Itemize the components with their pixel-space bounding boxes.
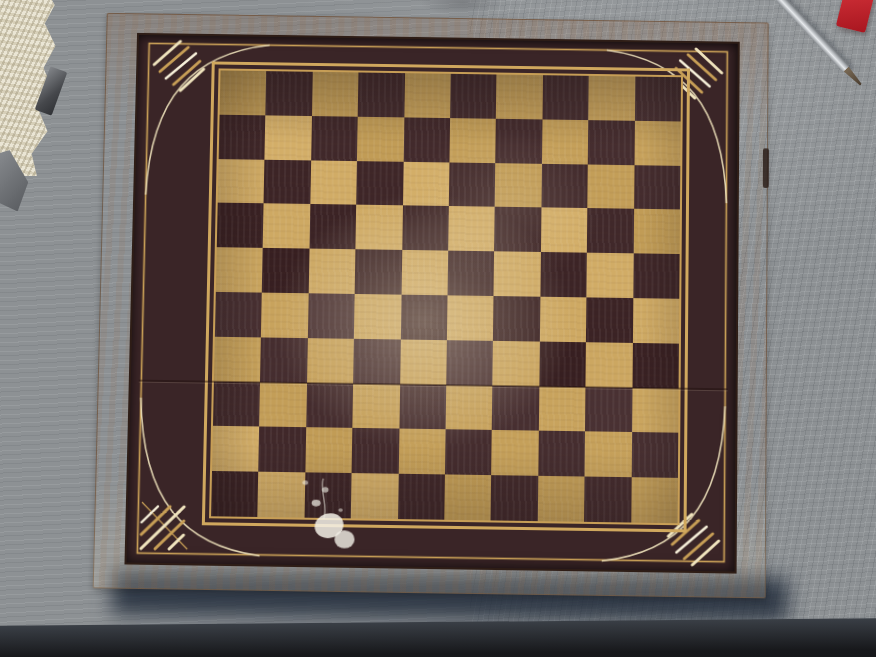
square-r2c4-light[interactable] bbox=[357, 117, 404, 162]
game-board[interactable] bbox=[211, 70, 681, 523]
ray-ornament-top-left bbox=[154, 41, 205, 91]
square-r1c3-light[interactable] bbox=[312, 72, 359, 117]
square-r9c3-light[interactable] bbox=[305, 428, 352, 474]
square-r1c8-dark[interactable] bbox=[542, 75, 589, 120]
square-r4c5-dark[interactable] bbox=[402, 206, 449, 251]
square-r3c8-dark[interactable] bbox=[541, 163, 588, 208]
square-r4c2-light[interactable] bbox=[263, 204, 310, 249]
square-r7c9-light[interactable] bbox=[586, 342, 633, 387]
square-r1c5-light[interactable] bbox=[404, 73, 451, 118]
square-r2c6-light[interactable] bbox=[449, 118, 496, 163]
square-r6c3-dark[interactable] bbox=[308, 293, 355, 338]
square-r4c8-light[interactable] bbox=[541, 208, 588, 253]
square-r4c7-dark[interactable] bbox=[494, 207, 541, 252]
square-r5c1-light[interactable] bbox=[216, 247, 263, 292]
square-r7c1-light[interactable] bbox=[214, 337, 261, 382]
stripe-ornament-bottom-left bbox=[141, 502, 188, 549]
square-r1c1-light[interactable] bbox=[220, 70, 267, 115]
square-r2c2-light[interactable] bbox=[265, 115, 312, 160]
square-r8c7-dark[interactable] bbox=[492, 385, 539, 431]
square-r6c1-dark[interactable] bbox=[215, 292, 262, 337]
square-r6c9-dark[interactable] bbox=[586, 297, 633, 342]
square-r3c10-dark[interactable] bbox=[634, 165, 681, 210]
square-r9c9-light[interactable] bbox=[585, 432, 632, 478]
square-r3c4-dark[interactable] bbox=[356, 161, 403, 206]
square-r10c6-light[interactable] bbox=[444, 475, 491, 521]
square-r7c5-light[interactable] bbox=[400, 339, 447, 384]
square-r1c7-light[interactable] bbox=[496, 75, 543, 120]
board-panel bbox=[127, 35, 738, 572]
square-r7c3-light[interactable] bbox=[307, 338, 354, 383]
square-r7c7-light[interactable] bbox=[493, 341, 540, 386]
square-r5c3-light[interactable] bbox=[308, 249, 355, 294]
square-r6c5-dark[interactable] bbox=[400, 295, 447, 340]
square-r5c6-dark[interactable] bbox=[448, 251, 495, 296]
square-r3c6-dark[interactable] bbox=[449, 162, 496, 207]
square-r8c10-light[interactable] bbox=[632, 388, 679, 434]
table-front-edge bbox=[0, 618, 876, 657]
square-r1c10-dark[interactable] bbox=[635, 77, 681, 122]
square-r10c1-dark[interactable] bbox=[211, 471, 259, 517]
square-r4c3-dark[interactable] bbox=[309, 204, 356, 249]
square-r5c10-dark[interactable] bbox=[633, 254, 680, 299]
square-r6c2-light[interactable] bbox=[261, 293, 308, 338]
square-r6c10-light[interactable] bbox=[633, 298, 680, 343]
square-r10c9-dark[interactable] bbox=[584, 477, 631, 523]
square-r7c8-dark[interactable] bbox=[539, 341, 586, 386]
square-r8c9-dark[interactable] bbox=[585, 387, 632, 433]
square-r8c1-dark[interactable] bbox=[213, 381, 260, 427]
square-r3c3-light[interactable] bbox=[310, 160, 357, 205]
square-r9c6-dark[interactable] bbox=[445, 430, 492, 476]
square-r6c4-light[interactable] bbox=[354, 294, 401, 339]
square-r7c2-dark[interactable] bbox=[260, 337, 307, 382]
square-r6c6-light[interactable] bbox=[447, 295, 494, 340]
hinge-notch bbox=[763, 148, 769, 188]
square-r1c6-dark[interactable] bbox=[450, 74, 497, 119]
square-r9c2-dark[interactable] bbox=[259, 427, 306, 473]
square-r4c10-light[interactable] bbox=[633, 209, 680, 254]
square-r4c4-light[interactable] bbox=[356, 205, 403, 250]
square-r2c3-dark[interactable] bbox=[311, 116, 358, 161]
square-r8c2-light[interactable] bbox=[259, 382, 306, 428]
square-r4c1-dark[interactable] bbox=[217, 203, 264, 248]
square-r10c5-dark[interactable] bbox=[398, 474, 445, 520]
square-r2c1-dark[interactable] bbox=[219, 115, 266, 160]
grid-outer-border bbox=[202, 61, 690, 532]
square-r1c4-dark[interactable] bbox=[358, 72, 405, 117]
square-r7c4-dark[interactable] bbox=[353, 339, 400, 384]
square-r3c2-dark[interactable] bbox=[264, 159, 311, 204]
square-r9c10-dark[interactable] bbox=[631, 432, 678, 478]
square-r2c8-light[interactable] bbox=[542, 119, 589, 164]
photo-scene bbox=[0, 0, 876, 657]
square-r7c6-dark[interactable] bbox=[446, 340, 493, 385]
square-r2c5-dark[interactable] bbox=[403, 117, 450, 162]
square-r4c6-light[interactable] bbox=[448, 206, 495, 251]
square-r8c6-light[interactable] bbox=[446, 385, 493, 431]
square-r5c9-light[interactable] bbox=[587, 253, 634, 298]
square-r1c2-dark[interactable] bbox=[266, 71, 313, 116]
square-r10c10-light[interactable] bbox=[631, 477, 678, 523]
square-r4c9-dark[interactable] bbox=[587, 208, 634, 253]
grid-inner-border bbox=[209, 68, 683, 525]
square-r8c3-dark[interactable] bbox=[306, 383, 353, 429]
square-r1c9-light[interactable] bbox=[588, 76, 635, 121]
square-r3c5-light[interactable] bbox=[403, 161, 450, 206]
square-r2c7-dark[interactable] bbox=[496, 119, 543, 164]
square-r8c4-light[interactable] bbox=[353, 383, 400, 429]
paint-scuff-mark bbox=[286, 469, 380, 571]
square-r5c8-dark[interactable] bbox=[540, 252, 587, 297]
square-r6c8-light[interactable] bbox=[540, 297, 587, 342]
square-r3c1-light[interactable] bbox=[218, 159, 265, 204]
square-r5c2-dark[interactable] bbox=[262, 248, 309, 293]
square-r7c10-dark[interactable] bbox=[632, 343, 679, 388]
square-r3c9-light[interactable] bbox=[587, 164, 634, 209]
square-r9c7-light[interactable] bbox=[492, 430, 539, 476]
square-r5c5-light[interactable] bbox=[401, 250, 448, 295]
square-r8c8-light[interactable] bbox=[539, 386, 586, 432]
square-r10c8-light[interactable] bbox=[538, 476, 585, 522]
square-r9c4-dark[interactable] bbox=[352, 428, 399, 474]
square-r9c8-dark[interactable] bbox=[538, 431, 585, 477]
square-r10c7-dark[interactable] bbox=[491, 475, 538, 521]
square-r3c7-light[interactable] bbox=[495, 163, 542, 208]
square-r6c7-dark[interactable] bbox=[493, 296, 540, 341]
square-r5c7-light[interactable] bbox=[494, 251, 541, 296]
square-r5c4-dark[interactable] bbox=[355, 249, 402, 294]
game-board-frame bbox=[93, 13, 769, 598]
square-r9c1-light[interactable] bbox=[212, 426, 259, 472]
square-r8c5-dark[interactable] bbox=[399, 384, 446, 430]
square-r9c5-light[interactable] bbox=[398, 429, 445, 475]
square-r2c10-light[interactable] bbox=[634, 121, 681, 166]
square-r2c9-dark[interactable] bbox=[588, 120, 635, 165]
